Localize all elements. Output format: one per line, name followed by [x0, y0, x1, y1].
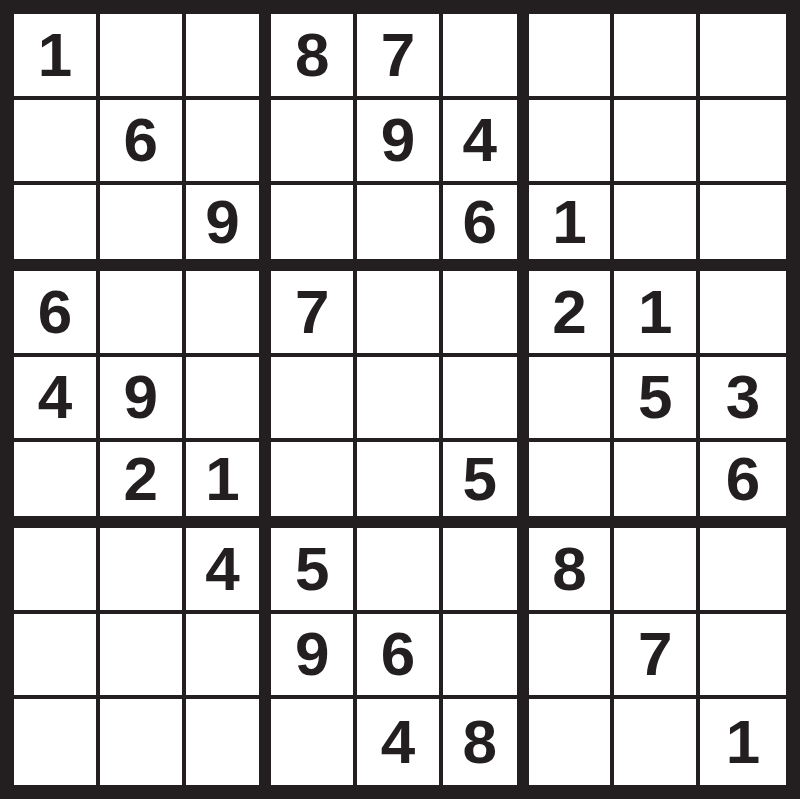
- cell-r7c6-empty[interactable]: [443, 528, 529, 614]
- cell-r5c6-empty[interactable]: [443, 357, 529, 443]
- cell-r4c2-empty[interactable]: [100, 271, 186, 357]
- cell-r1c4-given[interactable]: 8: [271, 14, 357, 100]
- cell-r8c6-empty[interactable]: [443, 614, 529, 700]
- cell-r8c9-empty[interactable]: [700, 614, 786, 700]
- cell-r5c2-given[interactable]: 9: [100, 357, 186, 443]
- cell-r1c9-empty[interactable]: [700, 14, 786, 100]
- cell-r5c3-empty[interactable]: [186, 357, 272, 443]
- cell-r2c7-empty[interactable]: [529, 100, 615, 186]
- cell-r9c2-empty[interactable]: [100, 699, 186, 785]
- cell-r8c1-empty[interactable]: [14, 614, 100, 700]
- cell-r3c3-given[interactable]: 9: [186, 185, 272, 271]
- cell-r7c5-empty[interactable]: [357, 528, 443, 614]
- cell-r1c5-given[interactable]: 7: [357, 14, 443, 100]
- cell-r8c7-empty[interactable]: [529, 614, 615, 700]
- cell-r2c9-empty[interactable]: [700, 100, 786, 186]
- cell-r9c7-empty[interactable]: [529, 699, 615, 785]
- cell-r6c5-empty[interactable]: [357, 442, 443, 528]
- cell-r7c2-empty[interactable]: [100, 528, 186, 614]
- cell-r8c2-empty[interactable]: [100, 614, 186, 700]
- cell-r5c9-given[interactable]: 3: [700, 357, 786, 443]
- cell-r8c3-empty[interactable]: [186, 614, 272, 700]
- cell-r6c1-empty[interactable]: [14, 442, 100, 528]
- cell-r7c8-empty[interactable]: [614, 528, 700, 614]
- cell-r5c1-given[interactable]: 4: [14, 357, 100, 443]
- cell-r3c1-empty[interactable]: [14, 185, 100, 271]
- cell-r3c9-empty[interactable]: [700, 185, 786, 271]
- cell-r5c7-empty[interactable]: [529, 357, 615, 443]
- cell-r6c7-empty[interactable]: [529, 442, 615, 528]
- cell-r7c7-given[interactable]: 8: [529, 528, 615, 614]
- cell-r4c8-given[interactable]: 1: [614, 271, 700, 357]
- cell-r9c5-given[interactable]: 4: [357, 699, 443, 785]
- cell-r9c6-given[interactable]: 8: [443, 699, 529, 785]
- cell-r4c9-empty[interactable]: [700, 271, 786, 357]
- cell-r7c9-empty[interactable]: [700, 528, 786, 614]
- cell-r8c4-given[interactable]: 9: [271, 614, 357, 700]
- cell-r4c4-given[interactable]: 7: [271, 271, 357, 357]
- cell-r5c8-given[interactable]: 5: [614, 357, 700, 443]
- cell-r2c1-empty[interactable]: [14, 100, 100, 186]
- cell-r6c6-given[interactable]: 5: [443, 442, 529, 528]
- cell-r2c3-empty[interactable]: [186, 100, 272, 186]
- cell-r1c6-empty[interactable]: [443, 14, 529, 100]
- cell-r3c7-given[interactable]: 1: [529, 185, 615, 271]
- cell-r3c6-given[interactable]: 6: [443, 185, 529, 271]
- cell-r3c8-empty[interactable]: [614, 185, 700, 271]
- cell-r4c6-empty[interactable]: [443, 271, 529, 357]
- cell-r9c4-empty[interactable]: [271, 699, 357, 785]
- cell-r1c2-empty[interactable]: [100, 14, 186, 100]
- cell-r6c3-given[interactable]: 1: [186, 442, 272, 528]
- cell-r5c4-empty[interactable]: [271, 357, 357, 443]
- cell-r9c3-empty[interactable]: [186, 699, 272, 785]
- cell-r8c5-given[interactable]: 6: [357, 614, 443, 700]
- cell-r1c1-given[interactable]: 1: [14, 14, 100, 100]
- cell-r4c1-given[interactable]: 6: [14, 271, 100, 357]
- cell-r6c8-empty[interactable]: [614, 442, 700, 528]
- cell-r3c5-empty[interactable]: [357, 185, 443, 271]
- cell-r2c5-given[interactable]: 9: [357, 100, 443, 186]
- cell-r2c2-given[interactable]: 6: [100, 100, 186, 186]
- cell-r2c4-empty[interactable]: [271, 100, 357, 186]
- cell-r2c6-given[interactable]: 4: [443, 100, 529, 186]
- cell-r7c4-given[interactable]: 5: [271, 528, 357, 614]
- cell-r5c5-empty[interactable]: [357, 357, 443, 443]
- cell-r9c8-empty[interactable]: [614, 699, 700, 785]
- cell-r4c3-empty[interactable]: [186, 271, 272, 357]
- cell-r7c3-given[interactable]: 4: [186, 528, 272, 614]
- sudoku-board: 187694961672149532156458967481: [0, 0, 800, 799]
- cell-r4c7-given[interactable]: 2: [529, 271, 615, 357]
- cell-r3c4-empty[interactable]: [271, 185, 357, 271]
- cell-r9c1-empty[interactable]: [14, 699, 100, 785]
- cell-r6c2-given[interactable]: 2: [100, 442, 186, 528]
- cell-r3c2-empty[interactable]: [100, 185, 186, 271]
- cell-r6c9-given[interactable]: 6: [700, 442, 786, 528]
- cell-r8c8-given[interactable]: 7: [614, 614, 700, 700]
- cell-r1c3-empty[interactable]: [186, 14, 272, 100]
- cell-r1c8-empty[interactable]: [614, 14, 700, 100]
- cell-r9c9-given[interactable]: 1: [700, 699, 786, 785]
- cell-r4c5-empty[interactable]: [357, 271, 443, 357]
- cell-r1c7-empty[interactable]: [529, 14, 615, 100]
- cell-r7c1-empty[interactable]: [14, 528, 100, 614]
- cell-r2c8-empty[interactable]: [614, 100, 700, 186]
- cell-r6c4-empty[interactable]: [271, 442, 357, 528]
- sudoku-page: 187694961672149532156458967481: [0, 0, 800, 799]
